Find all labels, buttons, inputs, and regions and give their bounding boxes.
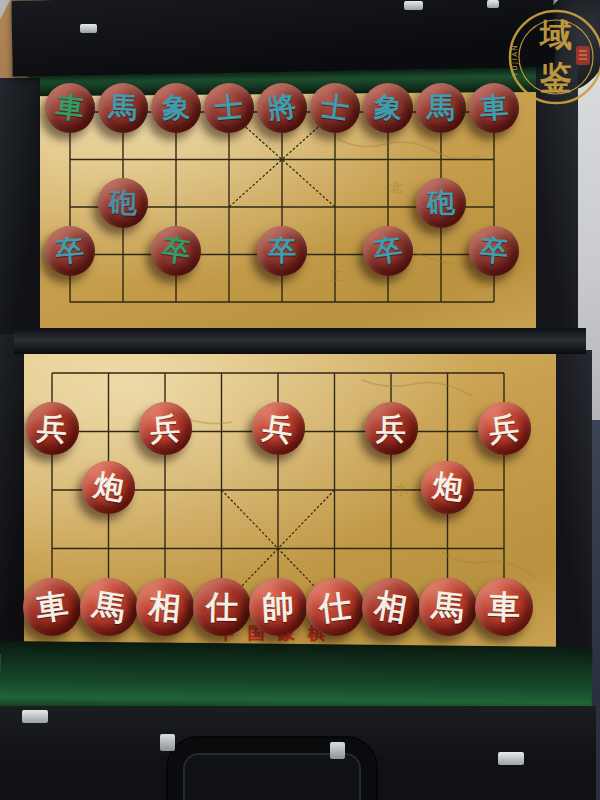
piece-character: 馬 bbox=[90, 589, 127, 626]
piece-character: 卒 bbox=[372, 235, 404, 267]
piece-character: 馬 bbox=[108, 93, 137, 122]
xiangqi-piece-bottom-r6c9[interactable]: 兵 bbox=[478, 402, 531, 455]
xiangqi-piece-top-r2c8[interactable]: 砲 bbox=[416, 178, 466, 228]
map-decoration-char: 北 bbox=[390, 180, 403, 195]
xiangqi-piece-top-r0c7[interactable]: 象 bbox=[363, 83, 413, 133]
piece-character: 馬 bbox=[427, 94, 455, 122]
xiangqi-piece-top-r0c6[interactable]: 士 bbox=[310, 83, 360, 133]
xiangqi-piece-top-r2c2[interactable]: 砲 bbox=[98, 178, 148, 228]
piece-character: 相 bbox=[148, 590, 183, 625]
case-edge-right-bottom bbox=[556, 350, 592, 650]
piece-character: 仕 bbox=[317, 589, 353, 625]
piece-character: 卒 bbox=[55, 235, 85, 265]
xiangqi-piece-top-r0c3[interactable]: 象 bbox=[151, 83, 201, 133]
xiangqi-piece-bottom-r6c3[interactable]: 兵 bbox=[139, 402, 192, 455]
xiangqi-piece-bottom-r6c5[interactable]: 兵 bbox=[252, 402, 305, 455]
piece-character: 馬 bbox=[430, 589, 465, 624]
piece-character: 兵 bbox=[487, 412, 520, 445]
map-decoration-char: 水 bbox=[394, 481, 408, 497]
xiangqi-piece-bottom-r9c2[interactable]: 馬 bbox=[80, 578, 138, 636]
xiangqi-piece-bottom-r7c8[interactable]: 炮 bbox=[421, 461, 474, 514]
piece-character: 兵 bbox=[149, 412, 181, 444]
xiangqi-piece-bottom-r9c8[interactable]: 馬 bbox=[419, 578, 477, 636]
piece-character: 相 bbox=[372, 588, 409, 625]
watermark-latin: YUJIAN bbox=[511, 44, 519, 78]
case-edge-left-bottom bbox=[0, 334, 24, 654]
xiangqi-piece-top-r3c5[interactable]: 卒 bbox=[257, 226, 307, 276]
case-edge-left-top bbox=[0, 78, 40, 334]
piece-character: 兵 bbox=[376, 413, 407, 444]
piece-character: 卒 bbox=[479, 235, 509, 265]
xiangqi-piece-bottom-r6c7[interactable]: 兵 bbox=[365, 402, 418, 455]
xiangqi-piece-top-r0c5[interactable]: 將 bbox=[257, 83, 307, 133]
xiangqi-piece-top-r3c1[interactable]: 卒 bbox=[45, 226, 95, 276]
piece-character: 士 bbox=[319, 92, 351, 124]
piece-character: 象 bbox=[162, 94, 190, 122]
front-latch-left-icon[interactable] bbox=[22, 710, 48, 723]
piece-character: 帥 bbox=[261, 590, 295, 624]
piece-character: 車 bbox=[487, 590, 520, 623]
front-latch-right-icon[interactable] bbox=[498, 752, 524, 765]
piece-character: 卒 bbox=[268, 237, 296, 265]
watermark-char-bottom: 鉴 bbox=[540, 58, 572, 96]
watermark-char-top: 域 bbox=[538, 16, 572, 54]
xiangqi-piece-top-r0c4[interactable]: 士 bbox=[204, 83, 254, 133]
lid-latch-right-icon[interactable] bbox=[404, 1, 423, 10]
piece-character: 仕 bbox=[205, 591, 238, 624]
piece-character: 兵 bbox=[261, 411, 295, 445]
piece-character: 炮 bbox=[431, 470, 464, 503]
xiangqi-piece-bottom-r7c2[interactable]: 炮 bbox=[82, 461, 135, 514]
handle-mount-left-icon bbox=[160, 734, 175, 751]
xiangqi-piece-top-r3c3[interactable]: 卒 bbox=[151, 226, 201, 276]
xiangqi-piece-bottom-r9c1[interactable]: 車 bbox=[23, 578, 81, 636]
handle-mount-right-icon bbox=[330, 742, 345, 759]
xiangqi-piece-top-r3c9[interactable]: 卒 bbox=[469, 226, 519, 276]
lid-corner-bracket-icon bbox=[487, 0, 499, 8]
board-hinge bbox=[14, 328, 586, 354]
piece-character: 將 bbox=[266, 92, 298, 124]
case-lid bbox=[11, 0, 554, 77]
scene: 北江 中国象棋 江水 中国象棋 車馬象士將士象馬車砲砲卒卒卒卒卒兵兵兵兵兵炮炮車… bbox=[0, 0, 600, 800]
xiangqi-piece-bottom-r9c5[interactable]: 帥 bbox=[249, 578, 307, 636]
piece-character: 砲 bbox=[427, 189, 455, 217]
xiangqi-piece-bottom-r9c9[interactable]: 車 bbox=[475, 578, 533, 636]
piece-character: 車 bbox=[54, 92, 85, 123]
xiangqi-piece-bottom-r9c4[interactable]: 仕 bbox=[193, 578, 251, 636]
piece-character: 炮 bbox=[91, 470, 126, 505]
xiangqi-piece-bottom-r9c7[interactable]: 相 bbox=[362, 578, 420, 636]
xiangqi-piece-bottom-r6c1[interactable]: 兵 bbox=[26, 402, 79, 455]
lid-latch-left-icon[interactable] bbox=[80, 24, 97, 33]
piece-character: 車 bbox=[34, 589, 70, 625]
piece-character: 士 bbox=[214, 93, 244, 123]
piece-character: 兵 bbox=[36, 412, 68, 444]
xiangqi-piece-top-r0c8[interactable]: 馬 bbox=[416, 83, 466, 133]
piece-character: 卒 bbox=[160, 235, 192, 267]
xiangqi-piece-top-r0c1[interactable]: 車 bbox=[45, 83, 95, 133]
map-decoration-char: 江 bbox=[330, 269, 342, 283]
piece-character: 砲 bbox=[109, 189, 138, 218]
piece-character: 象 bbox=[373, 93, 403, 123]
xiangqi-piece-top-r3c7[interactable]: 卒 bbox=[363, 226, 413, 276]
xiangqi-piece-bottom-r9c3[interactable]: 相 bbox=[136, 578, 194, 636]
xiangqi-piece-bottom-r9c6[interactable]: 仕 bbox=[306, 578, 364, 636]
watermark-logo: 域 鉴 YUJIAN bbox=[504, 2, 600, 112]
xiangqi-piece-top-r0c2[interactable]: 馬 bbox=[98, 83, 148, 133]
